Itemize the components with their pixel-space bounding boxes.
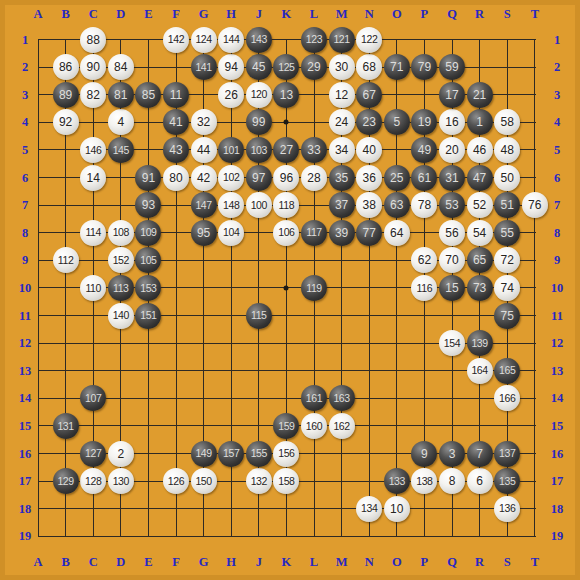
stone-black-109: 109: [135, 220, 161, 246]
move-number: 23: [363, 116, 376, 128]
stone-black-125: 125: [273, 54, 299, 80]
move-number: 59: [445, 61, 458, 73]
stone-white-64: 64: [384, 220, 410, 246]
grid-line-horizontal: [38, 536, 536, 537]
stone-white-44: 44: [191, 137, 217, 163]
move-number: 116: [417, 283, 433, 294]
row-label-left-17: 17: [19, 474, 32, 489]
stone-white-112: 112: [53, 247, 79, 273]
col-label-bottom-O: O: [392, 555, 402, 570]
stone-white-46: 46: [467, 137, 493, 163]
stone-white-92: 92: [53, 109, 79, 135]
move-number: 7: [476, 448, 483, 460]
row-label-left-2: 2: [22, 60, 28, 75]
col-label-bottom-L: L: [310, 555, 318, 570]
stone-white-16: 16: [439, 109, 465, 135]
stone-white-50: 50: [494, 165, 520, 191]
stone-white-68: 68: [356, 54, 382, 80]
move-number: 78: [418, 199, 431, 211]
row-label-right-1: 1: [554, 32, 560, 47]
move-number: 14: [87, 172, 100, 184]
stone-black-141: 141: [191, 54, 217, 80]
stone-black-93: 93: [135, 192, 161, 218]
stone-white-70: 70: [439, 247, 465, 273]
stone-white-86: 86: [53, 54, 79, 80]
move-number: 46: [473, 144, 486, 156]
stone-white-136: 136: [494, 496, 520, 522]
stone-white-42: 42: [191, 165, 217, 191]
col-label-top-E: E: [144, 7, 152, 22]
move-number: 114: [85, 227, 101, 238]
stone-black-143: 143: [246, 27, 272, 53]
move-number: 5: [393, 116, 400, 128]
move-number: 97: [252, 172, 265, 184]
move-number: 110: [85, 283, 101, 294]
stone-black-157: 157: [218, 441, 244, 467]
move-number: 29: [307, 61, 320, 73]
stone-white-12: 12: [329, 82, 355, 108]
col-label-bottom-A: A: [33, 555, 42, 570]
grid-line-horizontal: [38, 398, 536, 399]
move-number: 73: [473, 282, 486, 294]
stone-black-73: 73: [467, 275, 493, 301]
stone-white-88: 88: [80, 27, 106, 53]
move-number: 28: [307, 172, 320, 184]
stone-black-163: 163: [329, 385, 355, 411]
row-label-right-7: 7: [554, 198, 560, 213]
move-number: 19: [418, 116, 431, 128]
move-number: 39: [335, 227, 348, 239]
move-number: 82: [87, 89, 100, 101]
grid-line-vertical: [534, 40, 535, 538]
row-label-right-15: 15: [551, 418, 564, 433]
col-label-top-A: A: [33, 7, 42, 22]
col-label-top-R: R: [475, 7, 484, 22]
move-number: 143: [251, 34, 267, 45]
col-label-bottom-P: P: [421, 555, 429, 570]
stone-white-162: 162: [329, 413, 355, 439]
col-label-top-T: T: [531, 7, 539, 22]
move-number: 54: [473, 227, 486, 239]
move-number: 125: [278, 62, 294, 73]
stone-black-113: 113: [108, 275, 134, 301]
col-label-top-C: C: [89, 7, 98, 22]
stone-white-120: 120: [246, 82, 272, 108]
move-number: 67: [363, 89, 376, 101]
move-number: 75: [501, 310, 514, 322]
move-number: 149: [195, 448, 211, 459]
stone-white-166: 166: [494, 385, 520, 411]
stone-white-48: 48: [494, 137, 520, 163]
row-label-right-6: 6: [554, 170, 560, 185]
stone-black-21: 21: [467, 82, 493, 108]
stone-white-160: 160: [301, 413, 327, 439]
row-label-left-15: 15: [19, 418, 32, 433]
move-number: 38: [363, 199, 376, 211]
stone-white-132: 132: [246, 468, 272, 494]
move-number: 126: [168, 476, 184, 487]
stone-white-8: 8: [439, 468, 465, 494]
move-number: 13: [280, 89, 293, 101]
stone-black-95: 95: [191, 220, 217, 246]
stone-black-41: 41: [163, 109, 189, 135]
stone-black-25: 25: [384, 165, 410, 191]
stone-white-30: 30: [329, 54, 355, 80]
row-label-left-5: 5: [22, 142, 28, 157]
move-number: 40: [363, 144, 376, 156]
move-number: 144: [223, 34, 239, 45]
move-number: 96: [280, 172, 293, 184]
move-number: 128: [85, 476, 101, 487]
move-number: 43: [169, 144, 182, 156]
row-label-left-16: 16: [19, 446, 32, 461]
move-number: 93: [142, 199, 155, 211]
move-number: 161: [306, 393, 322, 404]
move-number: 26: [225, 89, 238, 101]
move-number: 105: [140, 255, 156, 266]
row-label-left-7: 7: [22, 198, 28, 213]
col-label-bottom-B: B: [61, 555, 69, 570]
move-number: 6: [476, 475, 483, 487]
row-label-right-5: 5: [554, 142, 560, 157]
row-label-left-8: 8: [22, 225, 28, 240]
col-label-top-S: S: [504, 7, 511, 22]
star-point-K10: [284, 285, 289, 290]
move-number: 20: [445, 144, 458, 156]
stone-black-9: 9: [411, 441, 437, 467]
move-number: 124: [195, 34, 211, 45]
stone-black-153: 153: [135, 275, 161, 301]
move-number: 113: [113, 283, 129, 294]
move-number: 151: [140, 310, 156, 321]
stone-black-7: 7: [467, 441, 493, 467]
stone-white-26: 26: [218, 82, 244, 108]
stone-black-31: 31: [439, 165, 465, 191]
stone-white-146: 146: [80, 137, 106, 163]
row-label-right-19: 19: [551, 529, 564, 544]
move-number: 142: [168, 34, 184, 45]
stone-black-97: 97: [246, 165, 272, 191]
move-number: 122: [361, 34, 377, 45]
stone-white-10: 10: [384, 496, 410, 522]
col-label-bottom-C: C: [89, 555, 98, 570]
move-number: 104: [223, 227, 239, 238]
stone-white-34: 34: [329, 137, 355, 163]
move-number: 150: [195, 476, 211, 487]
move-number: 45: [252, 61, 265, 73]
move-number: 51: [501, 199, 514, 211]
col-label-bottom-Q: Q: [447, 555, 457, 570]
move-number: 108: [113, 227, 129, 238]
move-number: 44: [197, 144, 210, 156]
move-number: 64: [390, 227, 403, 239]
stone-black-37: 37: [329, 192, 355, 218]
row-label-right-12: 12: [551, 336, 564, 351]
stone-white-116: 116: [411, 275, 437, 301]
move-number: 152: [113, 255, 129, 266]
stone-black-159: 159: [273, 413, 299, 439]
move-number: 146: [85, 145, 101, 156]
star-point-K4: [284, 120, 289, 125]
col-label-top-H: H: [226, 7, 236, 22]
stone-white-150: 150: [191, 468, 217, 494]
move-number: 49: [418, 144, 431, 156]
move-number: 58: [501, 116, 514, 128]
stone-black-5: 5: [384, 109, 410, 135]
move-number: 25: [390, 172, 403, 184]
stone-black-27: 27: [273, 137, 299, 163]
grid-line-horizontal: [38, 508, 536, 509]
move-number: 133: [389, 476, 405, 487]
move-number: 156: [278, 448, 294, 459]
stone-white-56: 56: [439, 220, 465, 246]
move-number: 56: [445, 227, 458, 239]
col-label-top-P: P: [421, 7, 429, 22]
stone-black-77: 77: [356, 220, 382, 246]
stone-white-6: 6: [467, 468, 493, 494]
move-number: 107: [85, 393, 101, 404]
col-label-top-G: G: [199, 7, 209, 22]
move-number: 165: [499, 365, 515, 376]
stone-black-45: 45: [246, 54, 272, 80]
move-number: 159: [278, 421, 294, 432]
move-number: 109: [140, 227, 156, 238]
move-number: 157: [223, 448, 239, 459]
move-number: 136: [499, 503, 515, 514]
move-number: 99: [252, 116, 265, 128]
stone-black-63: 63: [384, 192, 410, 218]
move-number: 24: [335, 116, 348, 128]
move-number: 9: [421, 448, 428, 460]
stone-black-129: 129: [53, 468, 79, 494]
col-label-top-N: N: [365, 7, 374, 22]
move-number: 145: [113, 145, 129, 156]
row-label-left-1: 1: [22, 32, 28, 47]
stone-black-89: 89: [53, 82, 79, 108]
move-number: 50: [501, 172, 514, 184]
move-number: 55: [501, 227, 514, 239]
stone-white-118: 118: [273, 192, 299, 218]
move-number: 92: [59, 116, 72, 128]
move-number: 121: [333, 34, 349, 45]
move-number: 61: [418, 172, 431, 184]
stone-white-20: 20: [439, 137, 465, 163]
stone-white-144: 144: [218, 27, 244, 53]
grid-line-horizontal: [38, 39, 536, 40]
stone-white-40: 40: [356, 137, 382, 163]
row-label-left-3: 3: [22, 87, 28, 102]
stone-white-54: 54: [467, 220, 493, 246]
move-number: 41: [169, 116, 182, 128]
row-label-left-4: 4: [22, 115, 28, 130]
row-label-left-18: 18: [19, 501, 32, 516]
stone-white-4: 4: [108, 109, 134, 135]
move-number: 8: [449, 475, 456, 487]
stone-black-47: 47: [467, 165, 493, 191]
stone-white-152: 152: [108, 247, 134, 273]
stone-black-123: 123: [301, 27, 327, 53]
move-number: 37: [335, 199, 348, 211]
stone-white-134: 134: [356, 496, 382, 522]
move-number: 65: [473, 254, 486, 266]
move-number: 12: [335, 89, 348, 101]
col-label-bottom-D: D: [116, 555, 125, 570]
move-number: 68: [363, 61, 376, 73]
move-number: 81: [114, 89, 127, 101]
row-label-right-13: 13: [551, 363, 564, 378]
go-board[interactable]: AABBCCDDEEFFGGHHJJKKLLMMNNOOPPQQRRSSTT11…: [0, 0, 580, 580]
stone-white-148: 148: [218, 192, 244, 218]
col-label-top-K: K: [282, 7, 292, 22]
move-number: 100: [251, 200, 267, 211]
stone-white-58: 58: [494, 109, 520, 135]
stone-black-55: 55: [494, 220, 520, 246]
move-number: 94: [225, 61, 238, 73]
col-label-bottom-G: G: [199, 555, 209, 570]
stone-black-17: 17: [439, 82, 465, 108]
move-number: 103: [251, 145, 267, 156]
move-number: 70: [445, 254, 458, 266]
stone-black-29: 29: [301, 54, 327, 80]
row-label-right-4: 4: [554, 115, 560, 130]
col-label-bottom-M: M: [336, 555, 348, 570]
stone-white-14: 14: [80, 165, 106, 191]
col-label-top-M: M: [336, 7, 348, 22]
grid-line-horizontal: [38, 370, 536, 371]
col-label-bottom-E: E: [144, 555, 152, 570]
col-label-bottom-N: N: [365, 555, 374, 570]
move-number: 32: [197, 116, 210, 128]
move-number: 30: [335, 61, 348, 73]
stone-black-23: 23: [356, 109, 382, 135]
move-number: 16: [445, 116, 458, 128]
stone-black-131: 131: [53, 413, 79, 439]
move-number: 36: [363, 172, 376, 184]
stone-white-102: 102: [218, 165, 244, 191]
move-number: 112: [58, 255, 74, 266]
stone-white-128: 128: [80, 468, 106, 494]
stone-black-61: 61: [411, 165, 437, 191]
stone-black-59: 59: [439, 54, 465, 80]
stone-white-94: 94: [218, 54, 244, 80]
move-number: 62: [418, 254, 431, 266]
move-number: 140: [113, 310, 129, 321]
move-number: 131: [57, 421, 73, 432]
stone-black-149: 149: [191, 441, 217, 467]
col-label-top-D: D: [116, 7, 125, 22]
col-label-top-B: B: [61, 7, 69, 22]
col-label-top-L: L: [310, 7, 318, 22]
stone-black-71: 71: [384, 54, 410, 80]
row-label-left-14: 14: [19, 391, 32, 406]
stone-black-117: 117: [301, 220, 327, 246]
move-number: 47: [473, 172, 486, 184]
stone-black-137: 137: [494, 441, 520, 467]
stone-white-62: 62: [411, 247, 437, 273]
move-number: 10: [390, 503, 403, 515]
move-number: 164: [471, 365, 487, 376]
move-number: 17: [445, 89, 458, 101]
move-number: 153: [140, 283, 156, 294]
stone-white-140: 140: [108, 303, 134, 329]
stone-black-119: 119: [301, 275, 327, 301]
stone-black-35: 35: [329, 165, 355, 191]
move-number: 33: [307, 144, 320, 156]
stone-white-100: 100: [246, 192, 272, 218]
stone-black-13: 13: [273, 82, 299, 108]
move-number: 86: [59, 61, 72, 73]
move-number: 138: [416, 476, 432, 487]
stone-black-91: 91: [135, 165, 161, 191]
move-number: 135: [499, 476, 515, 487]
stone-black-53: 53: [439, 192, 465, 218]
stone-white-90: 90: [80, 54, 106, 80]
move-number: 15: [445, 282, 458, 294]
stone-white-138: 138: [411, 468, 437, 494]
row-label-right-17: 17: [551, 474, 564, 489]
col-label-top-O: O: [392, 7, 402, 22]
move-number: 27: [280, 144, 293, 156]
stone-white-72: 72: [494, 247, 520, 273]
stone-black-19: 19: [411, 109, 437, 135]
stone-black-75: 75: [494, 303, 520, 329]
stone-black-65: 65: [467, 247, 493, 273]
stone-white-158: 158: [273, 468, 299, 494]
col-label-bottom-H: H: [226, 555, 236, 570]
move-number: 11: [170, 89, 182, 101]
stone-white-108: 108: [108, 220, 134, 246]
stone-white-114: 114: [80, 220, 106, 246]
row-label-left-19: 19: [19, 529, 32, 544]
stone-black-145: 145: [108, 137, 134, 163]
row-label-right-9: 9: [554, 253, 560, 268]
stone-white-52: 52: [467, 192, 493, 218]
stone-white-110: 110: [80, 275, 106, 301]
move-number: 42: [197, 172, 210, 184]
move-number: 34: [335, 144, 348, 156]
move-number: 52: [473, 199, 486, 211]
move-number: 74: [501, 282, 514, 294]
move-number: 21: [473, 89, 486, 101]
stone-black-121: 121: [329, 27, 355, 53]
move-number: 120: [251, 89, 267, 100]
grid-line-vertical: [38, 40, 39, 538]
row-label-right-16: 16: [551, 446, 564, 461]
stone-white-154: 154: [439, 330, 465, 356]
stone-black-151: 151: [135, 303, 161, 329]
move-number: 147: [195, 200, 211, 211]
move-number: 35: [335, 172, 348, 184]
stone-black-115: 115: [246, 303, 272, 329]
move-number: 162: [333, 421, 349, 432]
stone-white-164: 164: [467, 358, 493, 384]
row-label-right-18: 18: [551, 501, 564, 516]
move-number: 154: [444, 338, 460, 349]
move-number: 84: [114, 61, 127, 73]
stone-white-76: 76: [522, 192, 548, 218]
move-number: 139: [471, 338, 487, 349]
stone-black-135: 135: [494, 468, 520, 494]
col-label-bottom-J: J: [256, 555, 262, 570]
col-label-bottom-T: T: [531, 555, 539, 570]
move-number: 71: [390, 61, 403, 73]
move-number: 117: [306, 227, 322, 238]
stone-white-32: 32: [191, 109, 217, 135]
stone-white-82: 82: [80, 82, 106, 108]
stone-black-85: 85: [135, 82, 161, 108]
stone-white-126: 126: [163, 468, 189, 494]
row-label-right-14: 14: [551, 391, 564, 406]
